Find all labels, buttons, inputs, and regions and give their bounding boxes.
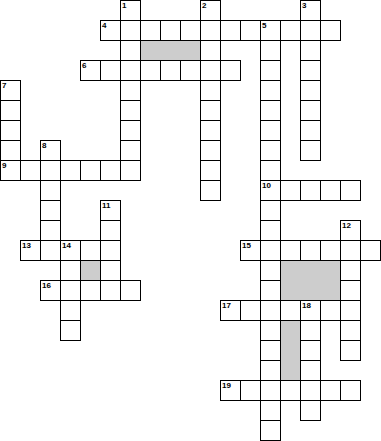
grid-cell[interactable] [300,40,321,61]
grid-cell[interactable] [300,360,321,381]
grid-cell[interactable] [260,180,281,201]
grid-cell[interactable] [200,120,221,141]
grid-cell[interactable] [80,60,101,81]
grid-cell[interactable] [60,320,81,341]
grid-cell[interactable] [200,60,221,81]
grid-cell[interactable] [300,0,321,21]
grid-cell[interactable] [120,120,141,141]
grid-cell[interactable] [260,200,281,221]
grid-cell[interactable] [340,180,361,201]
grid-cell[interactable] [40,240,61,261]
grid-cell[interactable] [300,60,321,81]
grid-cell[interactable] [260,300,281,321]
grid-cell[interactable] [260,360,281,381]
grid-cell[interactable] [300,380,321,401]
grid-cell[interactable] [160,20,181,41]
grid-cell[interactable] [340,260,361,281]
grid-cell[interactable] [320,240,341,261]
grid-cell[interactable] [220,300,241,321]
grid-cell[interactable] [160,60,181,81]
grid-cell[interactable] [100,280,121,301]
grid-cell[interactable] [140,60,161,81]
grid-cell[interactable] [100,240,121,261]
grid-cell[interactable] [120,40,141,61]
grid-cell[interactable] [340,320,361,341]
grid-cell[interactable] [280,380,301,401]
shaded-block [80,260,101,281]
grid-cell[interactable] [200,80,221,101]
grid-cell[interactable] [260,240,281,261]
grid-cell[interactable] [340,340,361,361]
grid-cell[interactable] [340,220,361,241]
grid-cell[interactable] [40,160,61,181]
grid-cell[interactable] [300,340,321,361]
grid-cell[interactable] [0,120,21,141]
grid-cell[interactable] [60,300,81,321]
grid-cell[interactable] [120,20,141,41]
grid-cell[interactable] [260,60,281,81]
grid-cell[interactable] [0,160,21,181]
grid-cell[interactable] [320,180,341,201]
grid-cell[interactable] [240,300,261,321]
grid-cell[interactable] [100,20,121,41]
grid-cell[interactable] [320,300,341,321]
grid-cell[interactable] [260,280,281,301]
grid-cell[interactable] [180,20,201,41]
grid-cell[interactable] [20,240,41,261]
grid-cell[interactable] [260,140,281,161]
grid-cell[interactable] [200,180,221,201]
grid-cell[interactable] [20,160,41,181]
grid-cell[interactable] [340,380,361,401]
grid-cell[interactable] [260,420,281,441]
grid-cell[interactable] [260,80,281,101]
grid-cell[interactable] [340,240,361,261]
grid-cell[interactable] [120,140,141,161]
grid-cell[interactable] [40,180,61,201]
grid-cell[interactable] [120,280,141,301]
grid-cell[interactable] [340,280,361,301]
grid-cell[interactable] [60,160,81,181]
grid-cell[interactable] [200,160,221,181]
grid-cell[interactable] [40,220,61,241]
grid-cell[interactable] [140,20,161,41]
grid-cell[interactable] [60,240,81,261]
grid-cell[interactable] [0,140,21,161]
grid-cell[interactable] [120,80,141,101]
grid-cell[interactable] [120,160,141,181]
grid-cell[interactable] [120,0,141,21]
grid-cell[interactable] [300,300,321,321]
grid-cell[interactable] [200,20,221,41]
grid-cell[interactable] [300,240,321,261]
grid-cell[interactable] [200,100,221,121]
grid-cell[interactable] [220,20,241,41]
grid-cell[interactable] [360,240,381,261]
grid-cell[interactable] [80,240,101,261]
grid-cell[interactable] [220,380,241,401]
shaded-block [140,40,201,61]
grid-cell[interactable] [220,60,241,81]
grid-cell[interactable] [300,400,321,421]
grid-cell[interactable] [40,140,61,161]
grid-cell[interactable] [60,260,81,281]
grid-cell[interactable] [260,20,281,41]
grid-cell[interactable] [320,20,341,41]
grid-cell[interactable] [280,240,301,261]
grid-cell[interactable] [0,100,21,121]
grid-cell[interactable] [240,20,261,41]
grid-cell[interactable] [260,400,281,421]
grid-cell[interactable] [100,220,121,241]
grid-cell[interactable] [260,260,281,281]
grid-cell[interactable] [260,100,281,121]
grid-cell[interactable] [100,60,121,81]
grid-cell[interactable] [260,380,281,401]
grid-cell[interactable] [40,280,61,301]
grid-cell[interactable] [100,260,121,281]
grid-cell[interactable] [300,140,321,161]
grid-cell[interactable] [200,140,221,161]
grid-cell[interactable] [260,160,281,181]
grid-cell[interactable] [100,200,121,221]
grid-cell[interactable] [300,20,321,41]
grid-cell[interactable] [100,160,121,181]
grid-cell[interactable] [300,320,321,341]
grid-cell[interactable] [300,180,321,201]
crossword-board: 12345678910111213141516171819 [0,0,381,441]
grid-cell[interactable] [200,0,221,21]
grid-cell[interactable] [60,280,81,301]
grid-cell[interactable] [300,120,321,141]
grid-cell[interactable] [260,340,281,361]
grid-cell[interactable] [80,160,101,181]
grid-cell[interactable] [240,380,261,401]
grid-cell[interactable] [260,120,281,141]
grid-cell[interactable] [260,40,281,61]
grid-cell[interactable] [200,40,221,61]
grid-cell[interactable] [0,80,21,101]
grid-cell[interactable] [120,60,141,81]
grid-cell[interactable] [280,20,301,41]
grid-cell[interactable] [80,280,101,301]
grid-cell[interactable] [240,240,261,261]
grid-cell[interactable] [280,180,301,201]
grid-cell[interactable] [260,320,281,341]
grid-cell[interactable] [300,100,321,121]
grid-cell[interactable] [340,300,361,321]
shaded-block [280,320,301,381]
grid-cell[interactable] [320,380,341,401]
shaded-block [280,260,341,301]
grid-cell[interactable] [300,80,321,101]
grid-cell[interactable] [260,220,281,241]
grid-cell[interactable] [40,200,61,221]
grid-cell[interactable] [180,60,201,81]
grid-cell[interactable] [280,300,301,321]
grid-cell[interactable] [120,100,141,121]
